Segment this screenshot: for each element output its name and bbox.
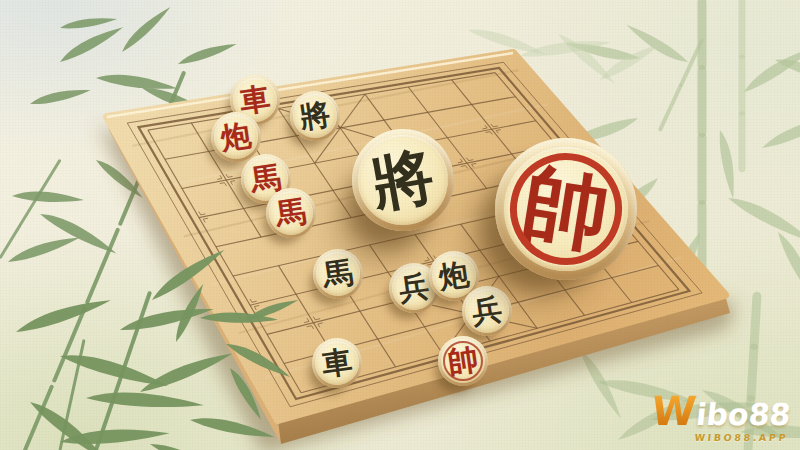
xiangqi-promo-scene: 車將炮馬馬馬兵炮兵車帥將帥 Wibo88 WIBO88.APP: [0, 0, 800, 450]
piece-red-cannon[interactable]: 炮: [211, 112, 261, 162]
pieces-layer: 車將炮馬馬馬兵炮兵車帥將帥: [0, 0, 800, 450]
piece-black-chariot[interactable]: 車: [312, 338, 362, 388]
piece-glyph-red-cannon: 炮: [219, 120, 253, 154]
piece-glyph-red-horse-2: 馬: [274, 196, 308, 230]
piece-face: 帥: [441, 339, 485, 383]
piece-glyph-red-general-small: 帥: [446, 344, 480, 378]
piece-glyph-black-soldier-1: 兵: [397, 271, 431, 305]
piece-black-general-small[interactable]: 將: [290, 91, 340, 141]
piece-face: 炮: [214, 115, 258, 159]
piece-face: 將: [354, 131, 453, 230]
logo-text: ibo88: [694, 397, 792, 432]
piece-black-general-large[interactable]: 將: [347, 124, 459, 236]
piece-glyph-black-chariot: 車: [320, 346, 354, 380]
piece-black-soldier-2[interactable]: 兵: [462, 286, 512, 336]
piece-glyph-black-soldier-2: 兵: [470, 294, 504, 328]
brand-logo[interactable]: Wibo88 WIBO88.APP: [648, 391, 793, 443]
piece-glyph-black-cannon: 炮: [437, 259, 471, 293]
piece-glyph-black-horse: 馬: [321, 257, 355, 291]
piece-face: 兵: [465, 289, 509, 333]
piece-glyph-red-general-large: 帥: [517, 160, 614, 257]
piece-black-horse[interactable]: 馬: [313, 249, 363, 299]
piece-face: 帥: [491, 134, 641, 284]
logo-wordmark: Wibo88: [649, 391, 792, 431]
piece-face: 馬: [269, 191, 313, 235]
piece-red-general-small[interactable]: 帥: [438, 336, 488, 386]
logo-w-glyph: W: [649, 388, 698, 434]
piece-face: 將: [293, 94, 337, 138]
piece-face: 馬: [316, 252, 360, 296]
piece-red-horse-2[interactable]: 馬: [266, 188, 316, 238]
piece-glyph-red-chariot: 車: [238, 83, 272, 117]
piece-face: 車: [315, 341, 359, 385]
piece-glyph-black-general-large: 將: [368, 145, 439, 216]
piece-glyph-black-general-small: 將: [298, 99, 332, 133]
piece-red-general-large[interactable]: 帥: [481, 124, 651, 294]
